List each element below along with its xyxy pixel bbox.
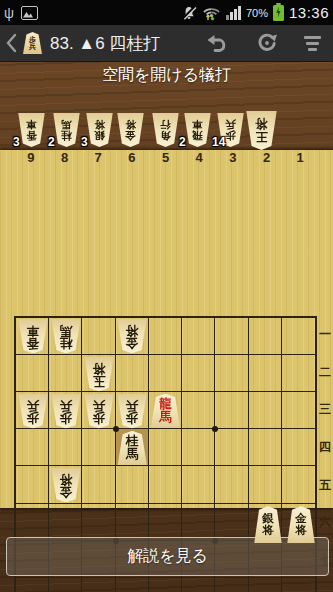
star-point	[113, 426, 119, 432]
rank-label: 五	[317, 466, 333, 504]
board-cell[interactable]	[149, 355, 182, 392]
board-cell[interactable]	[49, 504, 82, 541]
piece-kanji: 兵	[225, 119, 236, 130]
board-cell[interactable]	[149, 429, 182, 466]
gote-hand-piece[interactable]: 飛車2	[184, 113, 211, 147]
gote-piece[interactable]: 飛車	[184, 113, 211, 147]
board-cell[interactable]	[182, 355, 215, 392]
wifi-icon	[202, 5, 221, 21]
shogi-piece-icon: 歩兵	[23, 32, 42, 54]
board-cell[interactable]	[16, 355, 49, 392]
board-cell[interactable]	[16, 504, 49, 541]
piece-kanji: 馬	[159, 411, 172, 424]
file-label: 1	[283, 150, 317, 166]
hand-piece-count: 2	[48, 135, 55, 149]
piece-kanji: 将	[262, 525, 274, 537]
board-cell[interactable]	[182, 392, 215, 429]
file-label: 7	[81, 150, 115, 166]
gote-hand-piece[interactable]: 桂馬2	[53, 113, 80, 147]
back-chevron-icon[interactable]	[6, 33, 17, 53]
board-cell[interactable]	[16, 466, 49, 503]
rank-label: 六	[317, 504, 333, 542]
hand-piece-count: 3	[13, 135, 20, 149]
toolbar: 歩兵 83. ▲6 四桂打	[0, 25, 333, 62]
piece-kanji: 桂	[60, 337, 73, 350]
board-cell[interactable]	[16, 578, 49, 592]
shogi-app-screen: ψ	[0, 0, 333, 592]
file-label: 4	[182, 150, 216, 166]
board-cell[interactable]	[49, 355, 82, 392]
board-cell[interactable]	[82, 318, 115, 355]
move-title: 83. ▲6 四桂打	[50, 32, 160, 55]
board-cell[interactable]	[182, 429, 215, 466]
gote-piece[interactable]: 香車	[18, 113, 45, 147]
piece-kanji: 将	[295, 525, 307, 537]
board-cell[interactable]	[215, 578, 248, 592]
rank-label: 二	[317, 354, 333, 392]
usb-icon: ψ	[4, 6, 14, 20]
piece-kanji: 桂	[61, 130, 72, 141]
piece-kanji: 将	[94, 119, 105, 130]
battery-icon	[273, 5, 284, 21]
board-cell[interactable]	[282, 318, 315, 355]
signal-strength-icon	[226, 5, 241, 20]
file-label: 2	[250, 150, 284, 166]
rank-label: 四	[317, 429, 333, 467]
gote-piece[interactable]: 角行	[152, 113, 179, 147]
board-cell[interactable]	[215, 466, 248, 503]
piece-kanji: 歩	[225, 130, 236, 141]
gote-piece[interactable]: 桂馬	[53, 113, 80, 147]
piece-kanji: 兵	[93, 398, 106, 411]
hand-piece-count: 2	[179, 135, 186, 149]
file-label: 3	[216, 150, 250, 166]
board-cell[interactable]	[249, 318, 282, 355]
board-cell[interactable]	[182, 504, 215, 541]
piece-kanji: 馬	[60, 324, 73, 337]
gote-hand-piece[interactable]: 金将	[117, 113, 144, 147]
piece-kanji: 香	[26, 130, 37, 141]
board-cell[interactable]	[116, 355, 149, 392]
file-label: 5	[149, 150, 183, 166]
board-cell[interactable]	[215, 355, 248, 392]
gote-piece[interactable]: 王将	[246, 111, 277, 150]
piece-kanji: 将	[256, 118, 268, 130]
gote-hand-piece[interactable]: 王将	[246, 111, 277, 150]
board-cell[interactable]	[82, 466, 115, 503]
piece-kanji: 飛	[192, 130, 203, 141]
status-bar: ψ	[0, 0, 333, 25]
board-cell[interactable]	[49, 578, 82, 592]
rank-label: 一	[317, 316, 333, 354]
board-cell[interactable]	[149, 318, 182, 355]
gote-hand-piece[interactable]: 香車3	[18, 113, 45, 147]
gote-hand-piece[interactable]: 銀将3	[86, 113, 113, 147]
piece-kanji: 兵	[26, 398, 39, 411]
gallery-icon	[21, 6, 38, 20]
board-cell[interactable]	[249, 429, 282, 466]
piece-kanji: 車	[26, 119, 37, 130]
board-cell[interactable]	[215, 504, 248, 541]
board-cell[interactable]	[182, 578, 215, 592]
board-cell[interactable]	[182, 318, 215, 355]
gote-hand-tray: 香車3桂馬2銀将3金将角行飛車2歩兵14王将	[0, 88, 333, 150]
piece-kanji: 兵	[60, 398, 73, 411]
piece-kanji: 馬	[61, 119, 72, 130]
rank-label: 三	[317, 391, 333, 429]
piece-kanji: 金	[125, 130, 136, 141]
board-cell[interactable]	[82, 429, 115, 466]
hand-piece-count: 14	[212, 135, 225, 149]
file-label: 9	[14, 150, 48, 166]
piece-kanji: 銀	[94, 130, 105, 141]
piece-kanji: 王	[256, 131, 268, 143]
board-cell[interactable]	[16, 429, 49, 466]
piece-kanji: 香	[26, 337, 39, 350]
piece-kanji: 将	[125, 119, 136, 130]
piece-kanji: 車	[192, 119, 203, 130]
board-cell[interactable]	[282, 578, 315, 592]
undo-icon[interactable]	[206, 33, 230, 53]
file-label: 6	[115, 150, 149, 166]
board-cell[interactable]	[149, 578, 182, 592]
piece-kanji: 角	[160, 130, 171, 141]
board-cell[interactable]	[116, 466, 149, 503]
piece-kanji: 将	[126, 324, 139, 337]
board-cell[interactable]	[282, 355, 315, 392]
board-cell[interactable]	[282, 429, 315, 466]
piece-kanji: 行	[160, 119, 171, 130]
star-point	[212, 426, 218, 432]
hand-piece-count: 3	[81, 135, 88, 149]
redo-icon[interactable]	[256, 32, 278, 54]
piece-kanji: 金	[126, 337, 139, 350]
board-cell[interactable]	[149, 504, 182, 541]
rank-label: 八	[317, 579, 333, 592]
board-cell[interactable]	[249, 392, 282, 429]
piece-kanji: 馬	[126, 448, 139, 461]
board-cell[interactable]	[282, 466, 315, 503]
board-cell[interactable]	[82, 578, 115, 592]
board-cell[interactable]	[82, 504, 115, 541]
board-cell[interactable]	[182, 466, 215, 503]
mute-icon	[181, 5, 197, 21]
board-cell[interactable]	[215, 429, 248, 466]
gote-hand-piece[interactable]: 歩兵14	[217, 113, 244, 147]
board-cell[interactable]	[149, 466, 182, 503]
piece-kanji: 兵	[126, 398, 139, 411]
piece-kanji: 将	[93, 361, 106, 374]
board-panel: 987654321 一二三四五六七八九 香車桂馬金将玉将歩兵歩兵歩兵歩兵龍馬桂馬…	[0, 150, 333, 508]
move-comment: 空間を開ける犠打	[0, 63, 333, 88]
board-cell[interactable]	[116, 504, 149, 541]
piece-kanji: 将	[60, 472, 73, 485]
board-cell[interactable]	[116, 578, 149, 592]
file-labels: 987654321	[14, 150, 317, 166]
board-cell[interactable]	[49, 429, 82, 466]
board-cell[interactable]	[249, 355, 282, 392]
gote-piece[interactable]: 金将	[117, 113, 144, 147]
move-list-icon[interactable]	[304, 36, 321, 51]
gote-hand-piece[interactable]: 角行	[152, 113, 179, 147]
file-label: 8	[48, 150, 82, 166]
board-cell[interactable]	[215, 392, 248, 429]
board-cell[interactable]	[249, 578, 282, 592]
clock: 13:36	[289, 4, 329, 21]
gote-piece[interactable]: 銀将	[86, 113, 113, 147]
board-cell[interactable]	[215, 318, 248, 355]
piece-kanji: 車	[26, 324, 39, 337]
board-cell[interactable]	[249, 466, 282, 503]
battery-percent: 70%	[246, 7, 268, 19]
board-cell[interactable]	[282, 392, 315, 429]
